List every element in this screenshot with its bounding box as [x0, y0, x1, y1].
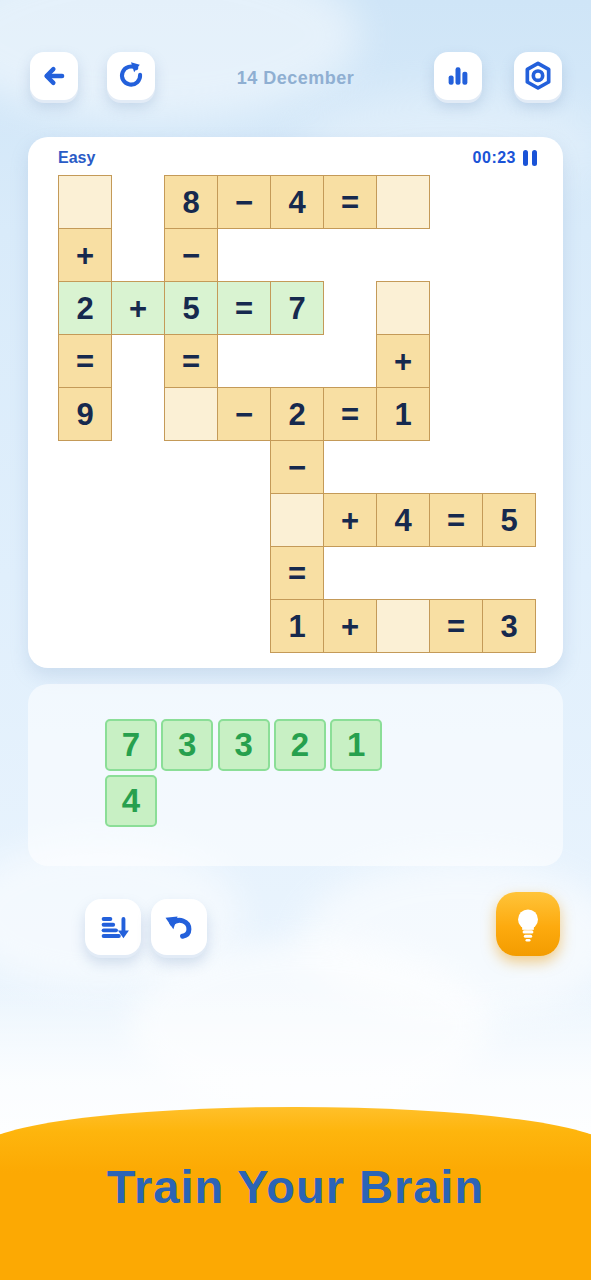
- grid-cell-r9c7[interactable]: [376, 599, 430, 653]
- grid-cell-r7c7: 4: [376, 493, 430, 547]
- puzzle-card: Easy 00:23 8−4=+−2+5=7==+9−2=1−+4=5=1+=3: [28, 137, 563, 668]
- grid-cell-r3c1: 2: [58, 281, 112, 335]
- stats-button[interactable]: [434, 52, 482, 100]
- timer: 00:23: [473, 149, 537, 167]
- tray-tile[interactable]: 3: [218, 719, 270, 771]
- grid-cell-r5c4: −: [217, 387, 271, 441]
- tile-tray: 733214: [28, 684, 563, 866]
- page-title-date: 14 December: [0, 68, 591, 89]
- app-screen: 14 December Easy 00:23 8−4=+−2+5=: [0, 0, 591, 1280]
- grid-cell-r7c9: 5: [482, 493, 536, 547]
- grid-cell-r1c3: 8: [164, 175, 218, 229]
- grid-cell-r2c1: +: [58, 228, 112, 282]
- cloud: [130, 940, 490, 1110]
- grid-cell-r3c2: +: [111, 281, 165, 335]
- grid-cell-r7c5[interactable]: [270, 493, 324, 547]
- grid-cell-r1c6: =: [323, 175, 377, 229]
- tray-tile[interactable]: 2: [274, 719, 326, 771]
- grid-cell-r1c1[interactable]: [58, 175, 112, 229]
- difficulty-label: Easy: [58, 149, 95, 167]
- grid-cell-r9c9: 3: [482, 599, 536, 653]
- puzzle-grid: 8−4=+−2+5=7==+9−2=1−+4=5=1+=3: [58, 175, 536, 653]
- hint-lightbulb-icon: [508, 904, 548, 944]
- stats-icon: [443, 61, 473, 91]
- grid-cell-r5c7: 1: [376, 387, 430, 441]
- settings-gear-icon: [522, 60, 554, 92]
- tray-tile[interactable]: 7: [105, 719, 157, 771]
- grid-cell-r3c5: 7: [270, 281, 324, 335]
- grid-cell-r1c7[interactable]: [376, 175, 430, 229]
- grid-cell-r1c5: 4: [270, 175, 324, 229]
- sort-icon: [96, 910, 130, 944]
- banner-text: Train Your Brain: [0, 1159, 591, 1214]
- tray-tile[interactable]: 1: [330, 719, 382, 771]
- grid-cell-r9c5: 1: [270, 599, 324, 653]
- grid-cell-r5c6: =: [323, 387, 377, 441]
- grid-cell-r7c8: =: [429, 493, 483, 547]
- grid-cell-r6c5: −: [270, 440, 324, 494]
- bottom-banner: Train Your Brain: [0, 1107, 591, 1280]
- grid-cell-r7c6: +: [323, 493, 377, 547]
- grid-cell-r4c3: =: [164, 334, 218, 388]
- grid-cell-r2c3: −: [164, 228, 218, 282]
- grid-cell-r5c5: 2: [270, 387, 324, 441]
- grid-cell-r3c7[interactable]: [376, 281, 430, 335]
- grid-cell-r5c1: 9: [58, 387, 112, 441]
- grid-cell-r4c1: =: [58, 334, 112, 388]
- grid-cell-r4c7: +: [376, 334, 430, 388]
- grid-cell-r3c3: 5: [164, 281, 218, 335]
- grid-cell-r5c3[interactable]: [164, 387, 218, 441]
- grid-cell-r8c5: =: [270, 546, 324, 600]
- tray-tile[interactable]: 4: [105, 775, 157, 827]
- grid-cell-r9c8: =: [429, 599, 483, 653]
- timer-value: 00:23: [473, 149, 516, 167]
- grid-cell-r3c4: =: [217, 281, 271, 335]
- sort-button[interactable]: [85, 899, 141, 955]
- undo-icon: [162, 910, 196, 944]
- undo-button[interactable]: [151, 899, 207, 955]
- settings-button[interactable]: [514, 52, 562, 100]
- grid-cell-r1c4: −: [217, 175, 271, 229]
- tray-tile[interactable]: 3: [161, 719, 213, 771]
- pause-icon[interactable]: [523, 150, 537, 166]
- hint-button[interactable]: [496, 892, 560, 956]
- grid-cell-r9c6: +: [323, 599, 377, 653]
